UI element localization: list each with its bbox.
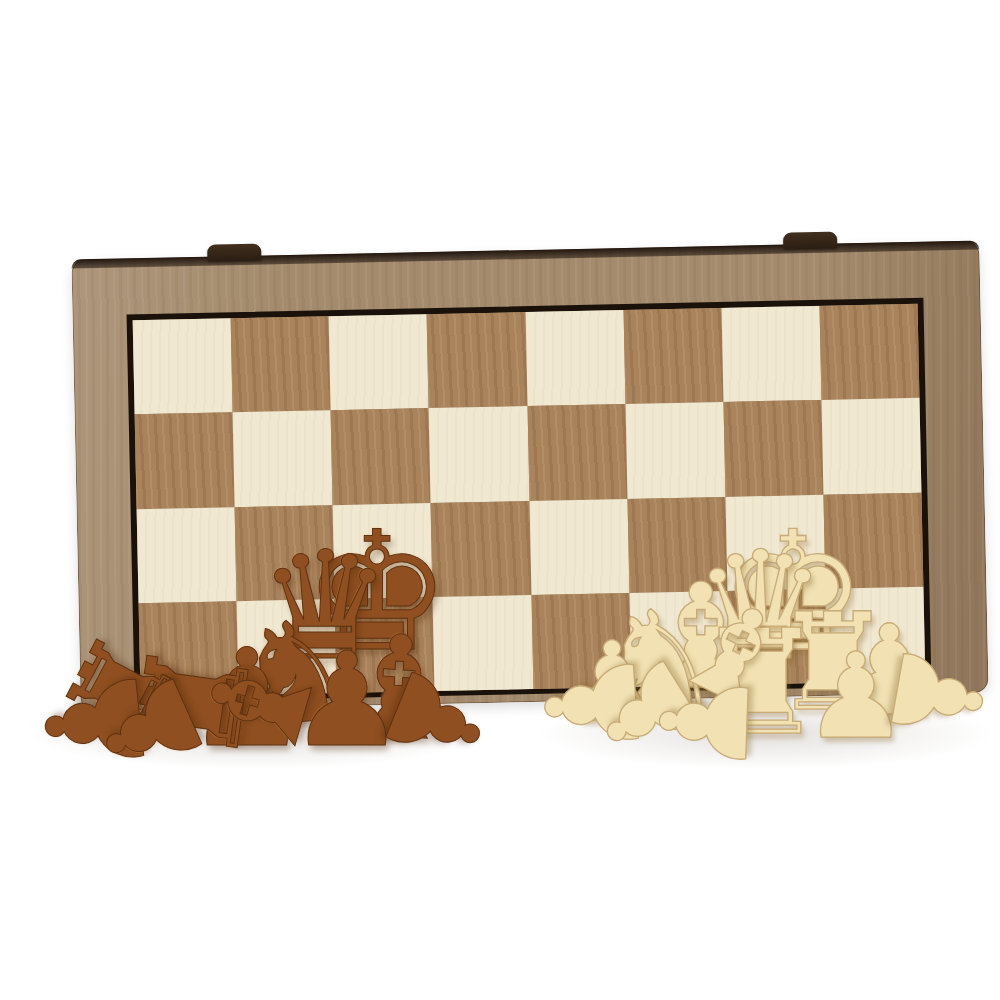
product-photo: ♚♛♝♞♟♟♜♜♝♟♟♟♚♛♝♞♜♜♝♟♟♟♟♟♟♟ (0, 0, 1000, 1000)
pieces-layer: ♚♛♝♞♟♟♜♜♝♟♟♟♚♛♝♞♜♜♝♟♟♟♟♟♟♟ (0, 0, 1000, 1000)
light-pawn: ♟ (644, 660, 768, 784)
light-pawn: ♟ (870, 627, 1000, 764)
